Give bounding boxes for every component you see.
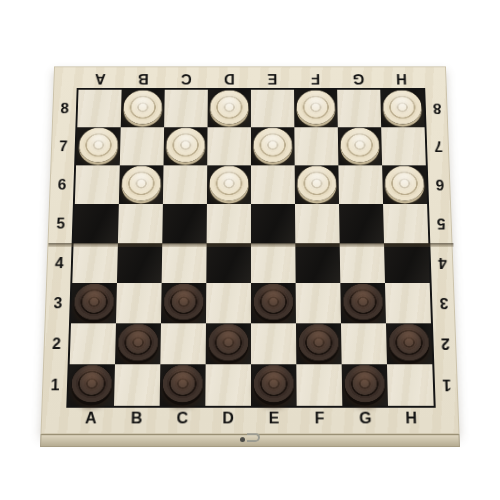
board-square-G5[interactable] — [339, 204, 384, 243]
rank-label-left-6: 6 — [52, 165, 72, 204]
file-label-top-D: D — [208, 70, 251, 87]
board-square-D6[interactable] — [207, 165, 251, 204]
board-square-H2[interactable] — [386, 323, 432, 364]
rank-label-right-5: 5 — [431, 204, 452, 243]
checkers-board: ABCDEFGH 87654321 87654321 ABCDEFGH — [40, 66, 459, 434]
black-checker-D2[interactable] — [208, 323, 248, 360]
board-square-C2[interactable] — [160, 323, 206, 364]
board-square-A6[interactable] — [75, 165, 120, 204]
file-label-bottom-C: C — [159, 406, 205, 431]
board-square-E5[interactable] — [251, 204, 295, 243]
file-label-top-G: G — [337, 70, 380, 87]
rank-label-left-1: 1 — [45, 364, 66, 406]
file-label-top-F: F — [294, 70, 337, 87]
board-square-G8[interactable] — [337, 90, 381, 128]
white-checker-H6[interactable] — [384, 165, 424, 200]
board-square-C6[interactable] — [163, 165, 207, 204]
black-checker-G3[interactable] — [343, 283, 384, 320]
board-square-F6[interactable] — [295, 165, 339, 204]
black-checker-F2[interactable] — [298, 323, 339, 360]
rank-label-right-6: 6 — [430, 165, 450, 204]
board-square-D8[interactable] — [208, 90, 251, 128]
white-checker-E7[interactable] — [253, 127, 292, 162]
file-label-bottom-D: D — [205, 406, 251, 431]
white-checker-C7[interactable] — [166, 127, 205, 162]
board-grid — [66, 88, 435, 408]
board-square-G7[interactable] — [338, 127, 382, 165]
board-square-A1[interactable] — [68, 364, 115, 406]
rank-label-left-2: 2 — [46, 323, 67, 364]
file-label-bottom-B: B — [113, 406, 159, 431]
rank-label-right-8: 8 — [427, 90, 447, 128]
board-square-H4[interactable] — [384, 243, 430, 283]
board-square-G3[interactable] — [340, 283, 386, 323]
rank-label-right-3: 3 — [434, 283, 455, 323]
board-square-D3[interactable] — [206, 283, 251, 323]
board-square-E8[interactable] — [251, 90, 294, 128]
board-square-B2[interactable] — [115, 323, 161, 364]
file-label-bottom-F: F — [297, 406, 343, 431]
white-checker-F6[interactable] — [297, 165, 337, 200]
black-checker-A1[interactable] — [71, 364, 113, 402]
board-square-E7[interactable] — [251, 127, 295, 165]
white-checker-A7[interactable] — [79, 127, 119, 162]
file-label-top-E: E — [251, 70, 294, 87]
board-square-A2[interactable] — [70, 323, 116, 364]
file-labels-bottom: ABCDEFGH — [68, 406, 435, 431]
board-square-C1[interactable] — [160, 364, 206, 406]
board-square-F2[interactable] — [296, 323, 342, 364]
board-square-E2[interactable] — [251, 323, 296, 364]
file-label-top-B: B — [122, 70, 165, 87]
board-square-F4[interactable] — [295, 243, 340, 283]
file-label-top-H: H — [380, 70, 424, 87]
board-square-E3[interactable] — [251, 283, 296, 323]
board-square-B5[interactable] — [118, 204, 163, 243]
board-square-A8[interactable] — [77, 90, 121, 128]
board-square-C4[interactable] — [162, 243, 207, 283]
board-square-A7[interactable] — [76, 127, 121, 165]
black-checker-B2[interactable] — [118, 323, 159, 360]
board-square-F1[interactable] — [296, 364, 342, 406]
board-square-B4[interactable] — [117, 243, 162, 283]
board-square-F3[interactable] — [296, 283, 341, 323]
latch-hook-icon — [240, 437, 260, 442]
white-checker-G7[interactable] — [340, 127, 380, 162]
board-square-D1[interactable] — [205, 364, 251, 406]
file-label-bottom-H: H — [388, 406, 434, 431]
board-square-C8[interactable] — [164, 90, 208, 128]
board-square-D7[interactable] — [207, 127, 251, 165]
board-square-H7[interactable] — [381, 127, 426, 165]
white-checker-B6[interactable] — [121, 165, 161, 200]
file-label-top-A: A — [79, 70, 123, 87]
board-square-F7[interactable] — [294, 127, 338, 165]
black-checker-A3[interactable] — [74, 283, 115, 320]
board-square-A4[interactable] — [72, 243, 118, 283]
board-square-D2[interactable] — [206, 323, 251, 364]
white-checker-F8[interactable] — [296, 90, 335, 124]
rank-label-right-7: 7 — [428, 127, 448, 165]
board-square-C7[interactable] — [164, 127, 208, 165]
board-square-A3[interactable] — [71, 283, 117, 323]
board-square-H6[interactable] — [382, 165, 427, 204]
board-square-C5[interactable] — [162, 204, 207, 243]
rank-label-left-7: 7 — [53, 127, 73, 165]
board-square-G4[interactable] — [340, 243, 385, 283]
white-checker-H8[interactable] — [383, 90, 423, 124]
file-label-bottom-G: G — [342, 406, 388, 431]
board-square-E6[interactable] — [251, 165, 295, 204]
board-square-B6[interactable] — [119, 165, 164, 204]
rank-label-right-2: 2 — [435, 323, 456, 364]
black-checker-C1[interactable] — [162, 364, 203, 402]
black-checker-G1[interactable] — [344, 364, 385, 402]
board-square-F8[interactable] — [294, 90, 338, 128]
file-label-bottom-A: A — [68, 406, 114, 431]
black-checker-E3[interactable] — [253, 283, 293, 320]
file-label-bottom-E: E — [251, 406, 297, 431]
black-checker-E1[interactable] — [253, 364, 294, 402]
board-square-D4[interactable] — [206, 243, 251, 283]
board-square-F5[interactable] — [295, 204, 340, 243]
board-square-B8[interactable] — [121, 90, 165, 128]
board-square-B7[interactable] — [120, 127, 164, 165]
rank-label-left-3: 3 — [48, 283, 69, 323]
board-square-G6[interactable] — [338, 165, 383, 204]
rank-label-left-4: 4 — [49, 243, 70, 283]
white-checker-D8[interactable] — [210, 90, 249, 124]
board-square-A5[interactable] — [74, 204, 119, 243]
rank-label-right-4: 4 — [432, 243, 453, 283]
rank-label-left-8: 8 — [55, 90, 75, 128]
board-square-C3[interactable] — [161, 283, 206, 323]
board-square-B1[interactable] — [114, 364, 160, 406]
white-checker-B8[interactable] — [123, 90, 162, 124]
board-square-H3[interactable] — [385, 283, 431, 323]
file-label-top-C: C — [165, 70, 208, 87]
board-square-H1[interactable] — [387, 364, 434, 406]
black-checker-H2[interactable] — [388, 323, 429, 360]
board-wrap: ABCDEFGH 87654321 87654321 ABCDEFGH — [40, 66, 460, 447]
latch-hook-shape — [247, 433, 260, 442]
board-front-edge — [40, 434, 460, 447]
file-labels-top: ABCDEFGH — [79, 70, 424, 87]
board-square-H8[interactable] — [380, 90, 424, 128]
rank-label-left-5: 5 — [50, 204, 71, 243]
board-square-E4[interactable] — [251, 243, 296, 283]
product-photo-checkers-board: ABCDEFGH 87654321 87654321 ABCDEFGH — [0, 0, 500, 500]
board-square-H5[interactable] — [383, 204, 428, 243]
latch-pin-icon — [240, 437, 245, 442]
black-checker-C3[interactable] — [163, 283, 203, 320]
board-square-B3[interactable] — [116, 283, 162, 323]
fold-seam — [48, 243, 453, 247]
white-checker-D6[interactable] — [209, 165, 248, 200]
board-square-G1[interactable] — [342, 364, 388, 406]
board-square-E1[interactable] — [251, 364, 297, 406]
rank-label-right-1: 1 — [436, 364, 457, 406]
board-square-G2[interactable] — [341, 323, 387, 364]
board-square-D5[interactable] — [207, 204, 251, 243]
